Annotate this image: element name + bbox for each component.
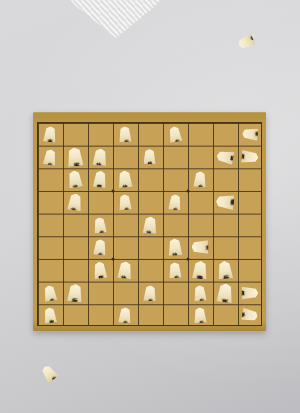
- piece-kanji: 飛車: [196, 270, 202, 271]
- piece-kanji: 角行: [71, 293, 77, 294]
- piece-kanji: 桂馬: [97, 180, 102, 181]
- photo-scene: 香車歩兵歩兵香車歩兵玉将銀将歩兵桂馬桂馬金将桂馬銀将歩兵金将歩兵歩兵飛車歩兵金将…: [0, 0, 300, 413]
- shogi-piece-pawn[interactable]: 歩兵: [39, 363, 59, 383]
- star-point: [112, 258, 115, 261]
- piece-kanji: 香車: [248, 312, 249, 317]
- piece-kanji: 歩兵: [47, 157, 52, 158]
- piece-kanji: 金将: [72, 180, 78, 181]
- piece-kanji: 香車: [47, 135, 52, 136]
- pouch-stitching: [66, 0, 166, 38]
- piece-kanji: 歩兵: [172, 134, 177, 135]
- piece-kanji: 歩兵: [97, 225, 102, 226]
- star-point: [187, 258, 190, 261]
- piece-kanji: 金将: [72, 202, 78, 203]
- piece-kanji: 王将: [221, 293, 227, 294]
- piece-kanji: 歩兵: [47, 293, 52, 294]
- piece-kanji: 歩兵: [246, 39, 248, 44]
- woven-pouch-corner: [66, 0, 166, 38]
- piece-kanji: 桂馬: [97, 270, 102, 271]
- piece-kanji: 飛車: [225, 199, 226, 205]
- star-point: [112, 190, 115, 193]
- piece-kanji: 歩兵: [47, 372, 51, 375]
- piece-kanji: 桂馬: [225, 154, 226, 159]
- piece-kanji: 玉将: [71, 157, 77, 158]
- star-point: [187, 190, 190, 193]
- piece-kanji: 銀将: [122, 271, 128, 272]
- piece-kanji: 角行: [222, 270, 228, 271]
- shogi-piece-pawn[interactable]: 歩兵: [236, 33, 256, 52]
- piece-kanji: 香車: [47, 316, 52, 317]
